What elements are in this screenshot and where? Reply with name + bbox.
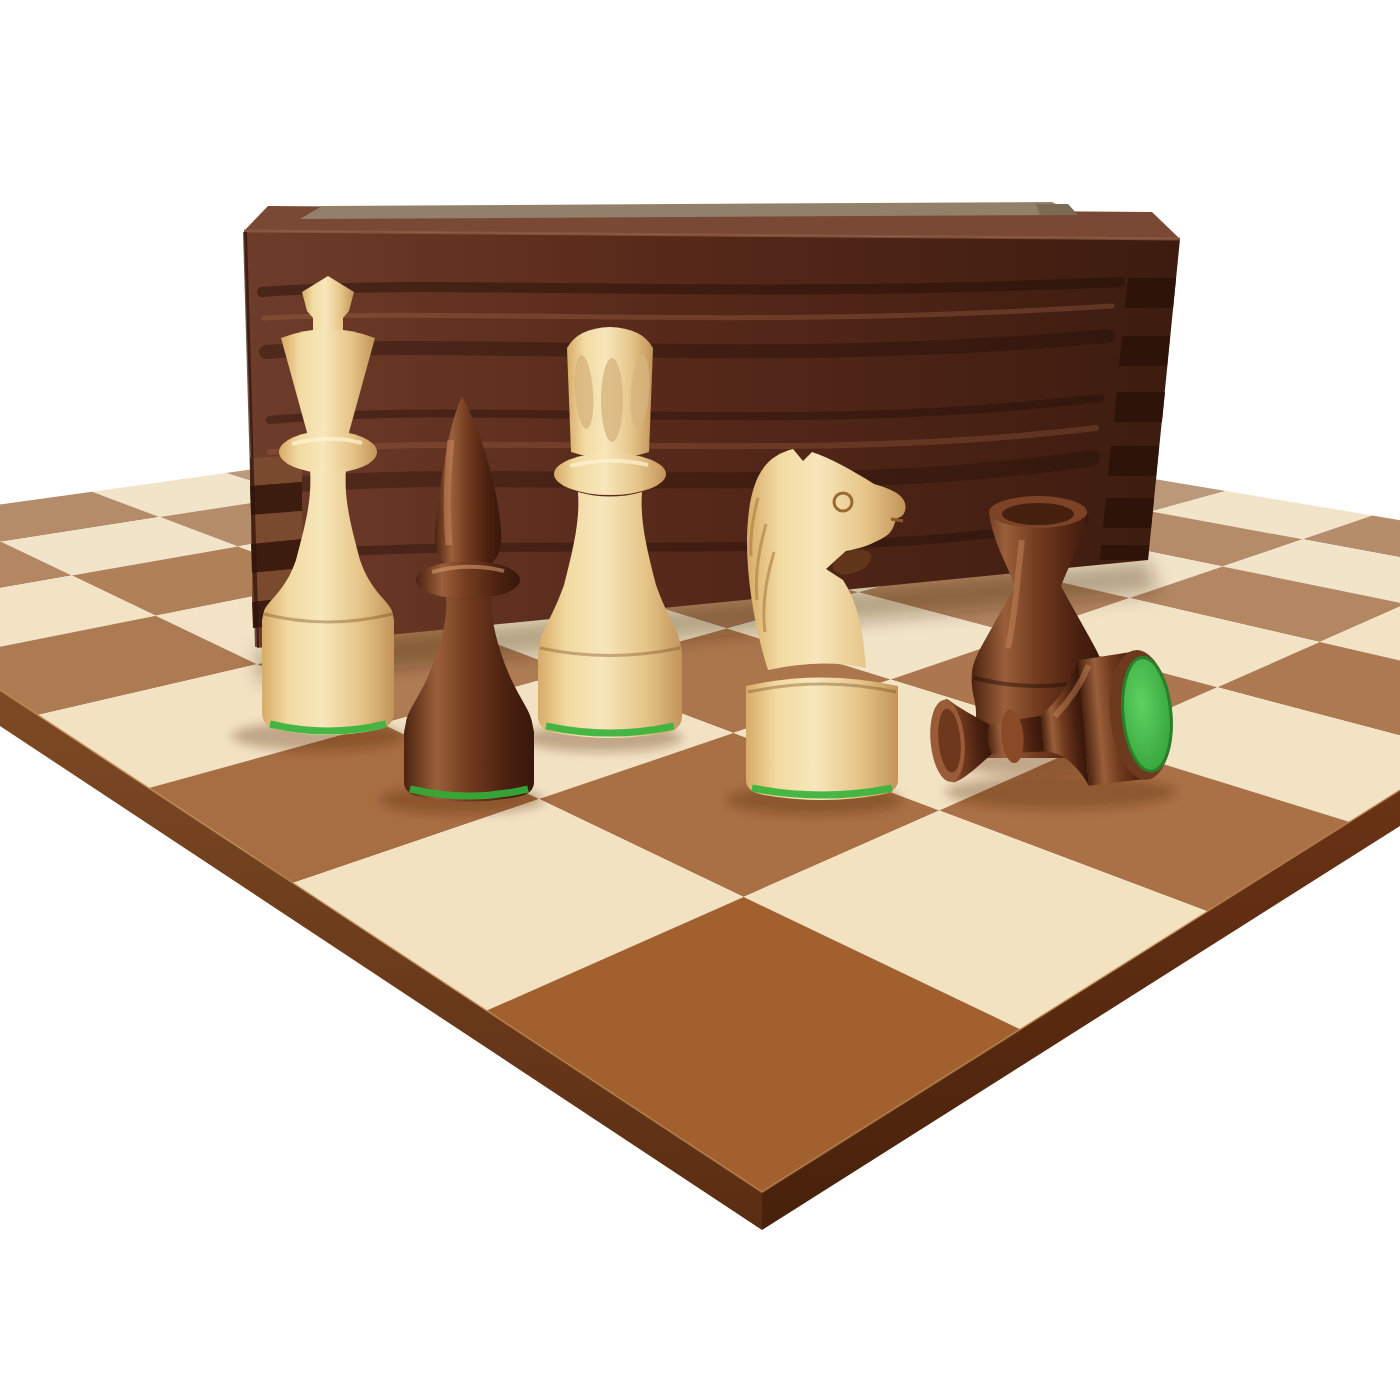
box-joint — [1125, 278, 1176, 308]
box-joint — [1108, 446, 1159, 476]
box-joint — [1119, 336, 1170, 366]
rook-cup-hollow — [1002, 503, 1074, 525]
box-lid-notch — [1036, 204, 1078, 215]
box-joint — [1100, 545, 1149, 560]
box-joint — [1103, 498, 1154, 528]
queen-flute — [601, 358, 623, 442]
knight-base — [746, 678, 898, 801]
box-joint — [251, 511, 303, 544]
knight-mouth — [891, 519, 903, 521]
box-joint — [250, 482, 302, 515]
box-joint — [1114, 392, 1165, 422]
scene-svg — [0, 0, 1400, 1400]
bishop-highlight — [447, 440, 451, 545]
product-photo-stage — [0, 0, 1400, 1400]
piece-shadow — [945, 775, 1175, 809]
